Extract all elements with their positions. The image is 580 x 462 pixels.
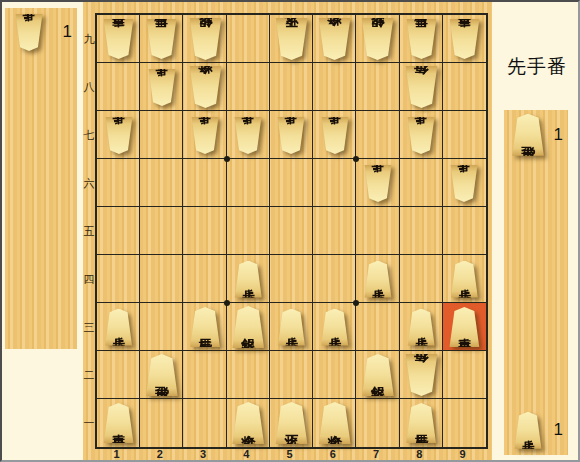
square-5四[interactable] [270,255,313,303]
board-block: 九八七六五四三二一 香車桂馬銀将玉将金将銀将桂馬香車歩兵金将角行歩兵歩兵歩兵歩兵… [83,2,492,460]
koma-歩兵-sente[interactable]: 歩兵 [9,8,49,57]
file-label-1: 1 [114,448,120,460]
square-5八[interactable] [270,63,313,111]
square-3四[interactable] [183,255,226,303]
rank-label-六: 六 [83,176,95,191]
square-5二[interactable] [270,351,313,399]
koma-歩兵-gote[interactable]: 歩兵 [443,255,486,303]
koma-歩兵-gote[interactable]: 歩兵 [313,303,356,351]
board-frame: 香車桂馬銀将玉将金将銀将桂馬香車歩兵金将角行歩兵歩兵歩兵歩兵歩兵歩兵歩兵歩兵歩兵… [95,13,488,449]
koma-桂馬-sente[interactable]: 桂馬 [400,15,443,63]
gote-hand-count: 1 [554,420,563,440]
koma-銀将-sente[interactable]: 銀将 [183,15,226,63]
koma-歩兵-gote[interactable]: 歩兵 [400,303,443,351]
koma-王将-gote[interactable]: 王将 [270,399,313,447]
koma-歩兵-sente[interactable]: 歩兵 [400,111,443,159]
square-3五[interactable] [183,207,226,255]
koma-歩兵-sente[interactable]: 歩兵 [270,111,313,159]
square-3六[interactable] [183,159,226,207]
rank-label-五: 五 [83,224,95,239]
square-2一[interactable] [140,399,183,447]
sente-hand-slot: 歩兵1 [5,8,77,57]
file-label-3: 3 [200,448,206,460]
file-label-4: 4 [243,448,249,460]
koma-香車-gote[interactable]: 香車 [443,303,486,351]
koma-銀将-sente[interactable]: 銀将 [356,15,399,63]
turn-indicator: 先手番 [502,54,572,80]
square-7五[interactable] [356,207,399,255]
koma-飛車-gote[interactable]: 飛車 [140,351,183,399]
gote-hand-count: 1 [554,125,563,145]
square-7七[interactable] [356,111,399,159]
koma-歩兵-gote[interactable]: 歩兵 [356,255,399,303]
file-label-9: 9 [459,448,465,460]
file-label-6: 6 [330,448,336,460]
koma-歩兵-sente[interactable]: 歩兵 [140,63,183,111]
gote-hand-slot: 歩兵1 [504,406,568,455]
file-label-8: 8 [416,448,422,460]
file-label-7: 7 [373,448,379,460]
koma-金将-gote[interactable]: 金将 [313,399,356,447]
koma-歩兵-sente[interactable]: 歩兵 [443,159,486,207]
koma-金将-sente[interactable]: 金将 [313,15,356,63]
square-1八[interactable] [97,63,140,111]
rank-label-四: 四 [83,272,95,287]
square-4二[interactable] [227,351,270,399]
square-9七[interactable] [443,111,486,159]
rank-label-三: 三 [83,320,95,335]
square-4六[interactable] [227,159,270,207]
square-4九[interactable] [227,15,270,63]
square-7八[interactable] [356,63,399,111]
square-7三[interactable] [356,303,399,351]
koma-歩兵-gote[interactable]: 歩兵 [508,406,548,455]
koma-金将-sente[interactable]: 金将 [183,63,226,111]
koma-桂馬-gote[interactable]: 桂馬 [400,399,443,447]
square-2七[interactable] [140,111,183,159]
square-6四[interactable] [313,255,356,303]
koma-歩兵-sente[interactable]: 歩兵 [313,111,356,159]
gote-hand-tray: 飛車1歩兵1 [504,110,568,455]
koma-歩兵-gote[interactable]: 歩兵 [97,303,140,351]
koma-歩兵-gote[interactable]: 歩兵 [227,255,270,303]
sente-hand-tray: 歩兵1 [5,8,77,349]
square-6五[interactable] [313,207,356,255]
square-9二[interactable] [443,351,486,399]
rank-label-七: 七 [83,128,95,143]
square-3一[interactable] [183,399,226,447]
square-2六[interactable] [140,159,183,207]
square-5六[interactable] [270,159,313,207]
square-2五[interactable] [140,207,183,255]
square-9一[interactable] [443,399,486,447]
square-2四[interactable] [140,255,183,303]
square-8五[interactable] [400,207,443,255]
file-label-2: 2 [157,448,163,460]
koma-飛車-gote[interactable]: 飛車 [508,110,548,159]
koma-歩兵-sente[interactable]: 歩兵 [97,111,140,159]
square-1五[interactable] [97,207,140,255]
file-label-5: 5 [287,448,293,460]
rank-label-九: 九 [83,32,95,47]
koma-銀将-gote[interactable]: 銀将 [227,303,270,351]
square-3二[interactable] [183,351,226,399]
sente-hand-count: 1 [63,22,72,42]
rank-label-一: 一 [83,416,95,431]
koma-角行-sente[interactable]: 角行 [400,63,443,111]
koma-角行-sente[interactable]: 角行 [400,351,443,399]
gote-hand-slot: 飛車1 [504,110,568,159]
square-8六[interactable] [400,159,443,207]
square-9八[interactable] [443,63,486,111]
square-1六[interactable] [97,159,140,207]
square-8四[interactable] [400,255,443,303]
koma-香車-gote[interactable]: 香車 [97,399,140,447]
square-1二[interactable] [97,351,140,399]
koma-歩兵-sente[interactable]: 歩兵 [227,111,270,159]
koma-歩兵-gote[interactable]: 歩兵 [270,303,313,351]
square-4五[interactable] [227,207,270,255]
square-6六[interactable] [313,159,356,207]
rank-label-二: 二 [83,368,95,383]
square-1四[interactable] [97,255,140,303]
square-4八[interactable] [227,63,270,111]
shogi-kifu-viewer: 歩兵1 九八七六五四三二一 香車桂馬銀将玉将金将銀将桂馬香車歩兵金将角行歩兵歩兵… [0,0,580,462]
square-9五[interactable] [443,207,486,255]
square-7一[interactable] [356,399,399,447]
square-2三[interactable] [140,303,183,351]
koma-歩兵-sente[interactable]: 歩兵 [183,111,226,159]
koma-玉将-sente[interactable]: 玉将 [270,15,313,63]
koma-金将-gote[interactable]: 金将 [227,399,270,447]
square-6八[interactable] [313,63,356,111]
square-5五[interactable] [270,207,313,255]
rank-label-八: 八 [83,80,95,95]
koma-歩兵-sente[interactable]: 歩兵 [356,159,399,207]
koma-香車-sente[interactable]: 香車 [97,15,140,63]
koma-桂馬-sente[interactable]: 桂馬 [140,15,183,63]
koma-香車-sente[interactable]: 香車 [443,15,486,63]
koma-桂馬-gote[interactable]: 桂馬 [183,303,226,351]
koma-銀将-gote[interactable]: 銀将 [356,351,399,399]
square-6二[interactable] [313,351,356,399]
